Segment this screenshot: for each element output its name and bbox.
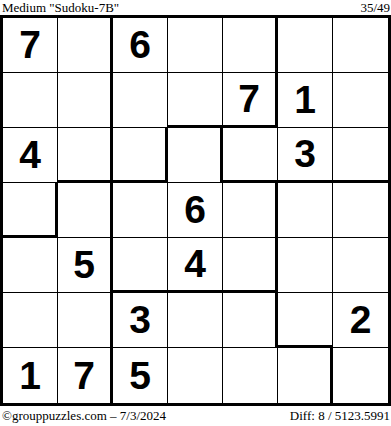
empty-cell-counter: 35/49 bbox=[360, 0, 390, 15]
cell-r7c1: 1 bbox=[3, 348, 58, 403]
cell-r2c5: 7 bbox=[223, 73, 278, 128]
cell-r7c7[interactable] bbox=[333, 348, 388, 403]
cell-r6c7: 2 bbox=[333, 293, 388, 348]
cell-r5c7[interactable] bbox=[333, 238, 388, 293]
cell-r7c2: 7 bbox=[58, 348, 113, 403]
cell-r2c2[interactable] bbox=[58, 73, 113, 128]
cell-r4c1[interactable] bbox=[3, 183, 58, 238]
cell-r7c3: 5 bbox=[113, 348, 168, 403]
cell-r1c1: 7 bbox=[3, 18, 58, 73]
cell-r1c2[interactable] bbox=[58, 18, 113, 73]
cell-r4c7[interactable] bbox=[333, 183, 388, 238]
cell-r6c1[interactable] bbox=[3, 293, 58, 348]
cell-r3c6: 3 bbox=[278, 128, 333, 183]
cell-r6c2[interactable] bbox=[58, 293, 113, 348]
cell-r2c6: 1 bbox=[278, 73, 333, 128]
cell-r5c6[interactable] bbox=[278, 238, 333, 293]
copyright-text: ©grouppuzzles.com – 7/3/2024 bbox=[2, 408, 166, 424]
cell-r4c4: 6 bbox=[168, 183, 223, 238]
cell-r1c6[interactable] bbox=[278, 18, 333, 73]
cell-r3c2[interactable] bbox=[58, 128, 113, 183]
cell-r3c4[interactable] bbox=[168, 128, 223, 183]
puzzle-page: Medium "Sudoku-7B" 35/49 76714365432175 … bbox=[0, 0, 391, 426]
cell-r1c4[interactable] bbox=[168, 18, 223, 73]
sudoku-board: 76714365432175 bbox=[0, 15, 391, 406]
cell-r2c7[interactable] bbox=[333, 73, 388, 128]
puzzle-title: Medium "Sudoku-7B" bbox=[2, 0, 119, 15]
cell-r5c4: 4 bbox=[168, 238, 223, 293]
cell-r6c5[interactable] bbox=[223, 293, 278, 348]
cell-r6c4[interactable] bbox=[168, 293, 223, 348]
cell-r5c2: 5 bbox=[58, 238, 113, 293]
cell-r7c6[interactable] bbox=[278, 348, 333, 403]
cell-r4c3[interactable] bbox=[113, 183, 168, 238]
cell-r3c1: 4 bbox=[3, 128, 58, 183]
cell-r3c7[interactable] bbox=[333, 128, 388, 183]
cell-r2c3[interactable] bbox=[113, 73, 168, 128]
cell-r6c6[interactable] bbox=[278, 293, 333, 348]
cell-r5c3[interactable] bbox=[113, 238, 168, 293]
footer: ©grouppuzzles.com – 7/3/2024 Diff: 8 / 5… bbox=[2, 408, 390, 424]
cell-r7c5[interactable] bbox=[223, 348, 278, 403]
cell-r4c6[interactable] bbox=[278, 183, 333, 238]
cell-r2c4[interactable] bbox=[168, 73, 223, 128]
cell-r5c1[interactable] bbox=[3, 238, 58, 293]
cell-r1c7[interactable] bbox=[333, 18, 388, 73]
cell-r1c3: 6 bbox=[113, 18, 168, 73]
cell-r4c5[interactable] bbox=[223, 183, 278, 238]
cell-r2c1[interactable] bbox=[3, 73, 58, 128]
difficulty-text: Diff: 8 / 5123.5991 bbox=[290, 408, 390, 424]
cell-r4c2[interactable] bbox=[58, 183, 113, 238]
cell-r6c3: 3 bbox=[113, 293, 168, 348]
cell-r7c4[interactable] bbox=[168, 348, 223, 403]
cell-r1c5[interactable] bbox=[223, 18, 278, 73]
cell-r3c3[interactable] bbox=[113, 128, 168, 183]
cell-r5c5[interactable] bbox=[223, 238, 278, 293]
cell-r3c5[interactable] bbox=[223, 128, 278, 183]
header: Medium "Sudoku-7B" 35/49 bbox=[2, 0, 390, 15]
